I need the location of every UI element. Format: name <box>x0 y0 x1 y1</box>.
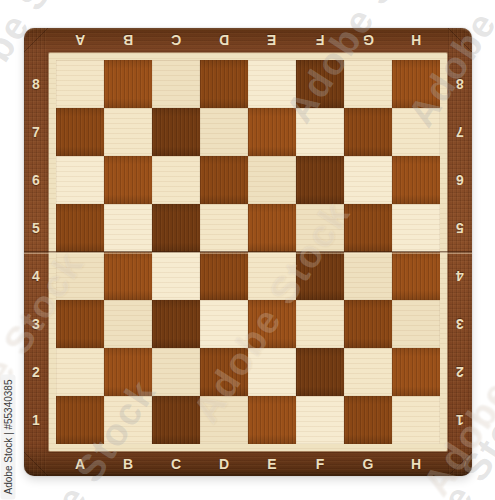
rank-label-right-4: 4 <box>448 252 472 300</box>
square-f6 <box>296 156 344 204</box>
square-b5 <box>104 204 152 252</box>
square-h6 <box>392 156 440 204</box>
file-label-bottom-a-text: A <box>75 456 85 472</box>
rank-label-left-1: 1 <box>24 396 48 444</box>
file-label-top-e-text: E <box>267 32 276 48</box>
square-f7 <box>296 108 344 156</box>
rank-label-left-7: 7 <box>24 108 48 156</box>
chess-board: AA88BB77CC66DD55EE44FF33GG22HH11 <box>24 28 472 476</box>
file-label-bottom-c: C <box>152 452 200 476</box>
square-g4 <box>344 252 392 300</box>
rank-label-left-3: 3 <box>24 300 48 348</box>
stock-photo-canvas: AA88BB77CC66DD55EE44FF33GG22HH11 Adobe S… <box>0 0 495 500</box>
frame-miter-joint <box>448 28 472 52</box>
rank-label-left-5: 5 <box>24 204 48 252</box>
file-label-top-h: H <box>392 28 440 52</box>
rank-label-right-1: 1 <box>448 396 472 444</box>
square-g2 <box>344 348 392 396</box>
file-label-bottom-f: F <box>296 452 344 476</box>
file-label-bottom-f-text: F <box>316 456 325 472</box>
square-h5 <box>392 204 440 252</box>
square-g3 <box>344 300 392 348</box>
square-g5 <box>344 204 392 252</box>
file-label-top-h-text: H <box>411 32 421 48</box>
stock-attribution-label: Adobe Stock | #55340385 <box>1 375 16 500</box>
square-a3 <box>56 300 104 348</box>
square-c3 <box>152 300 200 348</box>
square-a1 <box>56 396 104 444</box>
rank-label-left-5-text: 5 <box>32 220 40 236</box>
rank-label-left-6-text: 6 <box>32 172 40 188</box>
frame-miter-joint <box>448 452 472 476</box>
file-label-bottom-g-text: G <box>363 456 374 472</box>
square-e2 <box>248 348 296 396</box>
file-label-bottom-e-text: E <box>267 456 276 472</box>
file-label-top-b: B <box>104 28 152 52</box>
square-a5 <box>56 204 104 252</box>
square-b7 <box>104 108 152 156</box>
file-label-top-d: D <box>200 28 248 52</box>
rank-label-right-5-text: 5 <box>456 220 464 236</box>
file-label-top-f: F <box>296 28 344 52</box>
rank-label-right-8-text: 8 <box>456 76 464 92</box>
square-c6 <box>152 156 200 204</box>
rank-label-right-7: 7 <box>448 108 472 156</box>
file-label-bottom-h: H <box>392 452 440 476</box>
file-label-top-a-text: A <box>75 32 85 48</box>
square-d2 <box>200 348 248 396</box>
file-label-bottom-d-text: D <box>219 456 229 472</box>
frame-miter-joint <box>24 452 48 476</box>
square-b4 <box>104 252 152 300</box>
square-h1 <box>392 396 440 444</box>
rank-label-left-2-text: 2 <box>32 364 40 380</box>
square-c5 <box>152 204 200 252</box>
square-h2 <box>392 348 440 396</box>
square-f4 <box>296 252 344 300</box>
file-label-bottom-e: E <box>248 452 296 476</box>
rank-label-right-4-text: 4 <box>456 268 464 284</box>
file-label-top-e: E <box>248 28 296 52</box>
file-label-bottom-c-text: C <box>171 456 181 472</box>
file-label-bottom-b-text: B <box>123 456 133 472</box>
square-d5 <box>200 204 248 252</box>
square-d1 <box>200 396 248 444</box>
rank-label-right-6-text: 6 <box>456 172 464 188</box>
square-d7 <box>200 108 248 156</box>
file-label-bottom-b: B <box>104 452 152 476</box>
frame-miter-joint <box>24 28 48 52</box>
square-g1 <box>344 396 392 444</box>
rank-label-left-1-text: 1 <box>32 412 40 428</box>
rank-label-right-2: 2 <box>448 348 472 396</box>
square-f3 <box>296 300 344 348</box>
square-e6 <box>248 156 296 204</box>
square-h4 <box>392 252 440 300</box>
rank-label-left-4: 4 <box>24 252 48 300</box>
square-a6 <box>56 156 104 204</box>
file-label-bottom-h-text: H <box>411 456 421 472</box>
square-c4 <box>152 252 200 300</box>
square-g8 <box>344 60 392 108</box>
square-h8 <box>392 60 440 108</box>
square-b8 <box>104 60 152 108</box>
square-b3 <box>104 300 152 348</box>
square-d8 <box>200 60 248 108</box>
rank-label-right-3: 3 <box>448 300 472 348</box>
file-label-top-c: C <box>152 28 200 52</box>
square-b2 <box>104 348 152 396</box>
rank-label-left-3-text: 3 <box>32 316 40 332</box>
square-g7 <box>344 108 392 156</box>
rank-label-right-6: 6 <box>448 156 472 204</box>
square-e1 <box>248 396 296 444</box>
square-a4 <box>56 252 104 300</box>
square-e4 <box>248 252 296 300</box>
file-label-top-d-text: D <box>219 32 229 48</box>
file-label-top-g-text: G <box>363 32 374 48</box>
rank-label-right-2-text: 2 <box>456 364 464 380</box>
square-f8 <box>296 60 344 108</box>
file-label-top-b-text: B <box>123 32 133 48</box>
square-d4 <box>200 252 248 300</box>
square-c1 <box>152 396 200 444</box>
rank-label-left-6: 6 <box>24 156 48 204</box>
file-label-bottom-g: G <box>344 452 392 476</box>
square-d3 <box>200 300 248 348</box>
rank-label-right-3-text: 3 <box>456 316 464 332</box>
square-e7 <box>248 108 296 156</box>
board-fold-seam <box>24 251 472 254</box>
rank-label-right-7-text: 7 <box>456 124 464 140</box>
square-a8 <box>56 60 104 108</box>
square-g6 <box>344 156 392 204</box>
file-label-top-g: G <box>344 28 392 52</box>
rank-label-right-5: 5 <box>448 204 472 252</box>
square-c8 <box>152 60 200 108</box>
rank-label-left-8: 8 <box>24 60 48 108</box>
file-label-top-a: A <box>56 28 104 52</box>
square-a2 <box>56 348 104 396</box>
square-a7 <box>56 108 104 156</box>
rank-label-left-8-text: 8 <box>32 76 40 92</box>
square-b1 <box>104 396 152 444</box>
square-b6 <box>104 156 152 204</box>
file-label-top-c-text: C <box>171 32 181 48</box>
square-d6 <box>200 156 248 204</box>
square-c2 <box>152 348 200 396</box>
rank-label-right-8: 8 <box>448 60 472 108</box>
rank-label-left-7-text: 7 <box>32 124 40 140</box>
square-c7 <box>152 108 200 156</box>
square-h3 <box>392 300 440 348</box>
rank-label-right-1-text: 1 <box>456 412 464 428</box>
square-e5 <box>248 204 296 252</box>
square-f5 <box>296 204 344 252</box>
square-e3 <box>248 300 296 348</box>
file-label-bottom-a: A <box>56 452 104 476</box>
square-e8 <box>248 60 296 108</box>
square-h7 <box>392 108 440 156</box>
square-f1 <box>296 396 344 444</box>
square-f2 <box>296 348 344 396</box>
rank-label-left-2: 2 <box>24 348 48 396</box>
rank-label-left-4-text: 4 <box>32 268 40 284</box>
file-label-bottom-d: D <box>200 452 248 476</box>
file-label-top-f-text: F <box>316 32 325 48</box>
